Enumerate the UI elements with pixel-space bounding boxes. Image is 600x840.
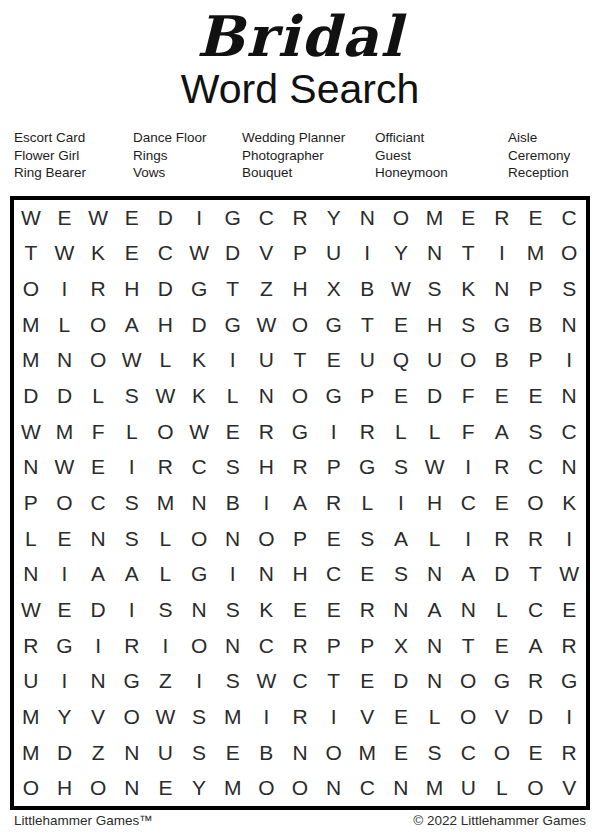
grid-cell: R [283, 699, 317, 735]
grid-cell: A [283, 485, 317, 521]
grid-cell: L [350, 485, 384, 521]
grid-cell: N [418, 663, 452, 699]
grid-cell: D [519, 699, 553, 735]
grid-cell: E [317, 592, 351, 628]
grid-cell: I [350, 236, 384, 272]
grid-cell: W [384, 271, 418, 307]
grid-cell: C [81, 485, 115, 521]
grid-cell: O [81, 770, 115, 806]
grid-cell: E [384, 307, 418, 343]
grid-cell: N [14, 556, 48, 592]
grid-cell: G [115, 663, 149, 699]
grid-cell: G [216, 307, 250, 343]
grid-cell: K [552, 485, 586, 521]
grid-cell: C [350, 770, 384, 806]
grid-cell: D [384, 663, 418, 699]
grid-cell: O [250, 770, 284, 806]
grid-cell: T [317, 663, 351, 699]
grid-cell: N [81, 663, 115, 699]
grid-cell: H [418, 485, 452, 521]
grid-cell: W [14, 200, 48, 236]
grid-cell: N [216, 521, 250, 557]
grid-cell: A [418, 592, 452, 628]
grid-cell: P [519, 271, 553, 307]
grid-cell: O [14, 770, 48, 806]
grid-cell: T [216, 271, 250, 307]
grid-cell: E [384, 735, 418, 771]
grid-cell: S [182, 699, 216, 735]
grid-cell: P [350, 378, 384, 414]
word-list-item: Ceremony [508, 147, 588, 165]
grid-cell: O [182, 521, 216, 557]
grid-cell: V [552, 770, 586, 806]
grid-cell: E [519, 200, 553, 236]
word-list-column: AisleCeremonyReception [508, 129, 588, 182]
grid-cell: T [451, 236, 485, 272]
grid-cell: I [81, 628, 115, 664]
grid-cell: R [283, 200, 317, 236]
grid-cell: O [283, 378, 317, 414]
grid-cell: L [485, 770, 519, 806]
word-list-column: Dance FloorRingsVows [133, 129, 242, 182]
grid-cell: D [48, 735, 82, 771]
word-list-column: Wedding PlannerPhotographerBouquet [242, 129, 375, 182]
puzzle-page: Bridal Word Search Escort CardFlower Gir… [0, 0, 600, 840]
grid-cell: N [250, 556, 284, 592]
grid-cell: E [519, 735, 553, 771]
grid-cell: F [81, 414, 115, 450]
grid-cell: V [81, 699, 115, 735]
grid-cell: B [519, 307, 553, 343]
word-list-item: Guest [375, 147, 508, 165]
grid-cell: I [182, 200, 216, 236]
grid-cell: M [350, 735, 384, 771]
grid-cell: I [115, 450, 149, 486]
grid-cell: D [149, 200, 183, 236]
grid-cell: B [485, 343, 519, 379]
grid-cell: D [216, 236, 250, 272]
grid-cell: L [216, 378, 250, 414]
grid-cell: O [149, 414, 183, 450]
grid-cell: C [552, 200, 586, 236]
grid-cell: D [81, 592, 115, 628]
grid-cell: S [418, 735, 452, 771]
grid-cell: P [350, 628, 384, 664]
letter-grid: WEWEDIGCRYNOMERECTWKECWDVPUIYNTIMOOIRHDG… [14, 200, 586, 806]
grid-cell: T [283, 343, 317, 379]
grid-cell: G [216, 200, 250, 236]
grid-cell: N [14, 450, 48, 486]
grid-cell: L [384, 414, 418, 450]
grid-cell: H [250, 450, 284, 486]
grid-cell: N [283, 735, 317, 771]
grid-cell: C [451, 485, 485, 521]
grid-cell: L [149, 556, 183, 592]
grid-cell: C [250, 628, 284, 664]
grid-cell: N [485, 271, 519, 307]
grid-cell: R [115, 628, 149, 664]
grid-cell: N [216, 628, 250, 664]
grid-cell: E [519, 378, 553, 414]
grid-cell: Z [81, 735, 115, 771]
grid-cell: M [418, 200, 452, 236]
grid-cell: K [182, 343, 216, 379]
grid-cell: U [317, 236, 351, 272]
grid-cell: E [451, 200, 485, 236]
grid-cell: K [182, 378, 216, 414]
grid-cell: D [149, 271, 183, 307]
page-title: Word Search [0, 66, 600, 112]
grid-cell: W [418, 450, 452, 486]
grid-cell: I [250, 699, 284, 735]
grid-cell: D [14, 378, 48, 414]
grid-cell: D [182, 307, 216, 343]
grid-cell: W [48, 236, 82, 272]
word-list-item: Photographer [242, 147, 375, 165]
grid-cell: R [317, 485, 351, 521]
grid-cell: U [350, 343, 384, 379]
grid-cell: H [283, 556, 317, 592]
grid-cell: N [250, 378, 284, 414]
grid-cell: R [250, 414, 284, 450]
grid-cell: W [182, 414, 216, 450]
grid-cell: P [317, 628, 351, 664]
grid-cell: E [317, 343, 351, 379]
grid-cell: A [115, 307, 149, 343]
grid-cell: M [48, 414, 82, 450]
grid-cell: N [350, 200, 384, 236]
grid-cell: S [115, 378, 149, 414]
grid-cell: S [418, 271, 452, 307]
grid-cell: D [48, 378, 82, 414]
grid-cell: A [81, 556, 115, 592]
grid-cell: O [283, 307, 317, 343]
footer-brand: Littlehammer Games™ [14, 813, 153, 828]
grid-cell: G [283, 414, 317, 450]
grid-cell: G [350, 450, 384, 486]
grid-cell: W [149, 699, 183, 735]
grid-cell: O [485, 735, 519, 771]
grid-cell: O [317, 735, 351, 771]
grid-cell: I [48, 556, 82, 592]
grid-cell: N [81, 521, 115, 557]
grid-cell: E [216, 414, 250, 450]
grid-cell: O [250, 521, 284, 557]
grid-cell: P [317, 450, 351, 486]
grid-cell: M [14, 343, 48, 379]
grid-cell: E [384, 699, 418, 735]
grid-cell: U [14, 663, 48, 699]
grid-cell: O [552, 236, 586, 272]
grid-cell: I [48, 271, 82, 307]
grid-cell: N [115, 770, 149, 806]
grid-cell: O [115, 699, 149, 735]
grid-cell: H [149, 307, 183, 343]
grid-cell: O [81, 307, 115, 343]
grid-cell: Z [250, 271, 284, 307]
grid-cell: R [552, 735, 586, 771]
grid-cell: Y [48, 699, 82, 735]
page-footer: Littlehammer Games™ © 2022 Littlehammer … [14, 813, 586, 828]
grid-cell: K [81, 236, 115, 272]
grid-cell: L [48, 307, 82, 343]
grid-cell: A [451, 556, 485, 592]
grid-cell: O [451, 699, 485, 735]
grid-cell: O [384, 200, 418, 236]
grid-cell: N [182, 485, 216, 521]
grid-cell: C [283, 663, 317, 699]
grid-cell: Y [384, 236, 418, 272]
grid-cell: E [317, 521, 351, 557]
grid-cell: N [182, 592, 216, 628]
grid-cell: E [552, 592, 586, 628]
grid-cell: I [485, 236, 519, 272]
grid-cell: N [552, 378, 586, 414]
grid-cell: S [115, 521, 149, 557]
grid-cell: G [317, 378, 351, 414]
grid-cell: T [350, 307, 384, 343]
grid-cell: R [485, 200, 519, 236]
grid-cell: N [418, 628, 452, 664]
grid-cell: W [182, 236, 216, 272]
grid-cell: I [149, 628, 183, 664]
grid-cell: I [552, 699, 586, 735]
grid-cell: V [485, 699, 519, 735]
grid-cell: O [519, 485, 553, 521]
grid-cell: I [451, 450, 485, 486]
grid-cell: X [384, 628, 418, 664]
grid-cell: E [48, 592, 82, 628]
grid-cell: O [14, 271, 48, 307]
grid-cell: I [384, 485, 418, 521]
grid-cell: H [115, 271, 149, 307]
grid-cell: R [283, 628, 317, 664]
grid-cell: M [519, 236, 553, 272]
grid-cell: F [451, 378, 485, 414]
word-list-item: Bouquet [242, 164, 375, 182]
grid-cell: U [250, 343, 284, 379]
grid-cell: X [317, 271, 351, 307]
grid-cell: S [451, 307, 485, 343]
grid-cell: I [317, 414, 351, 450]
grid-cell: S [182, 735, 216, 771]
grid-cell: K [250, 592, 284, 628]
grid-cell: L [149, 521, 183, 557]
grid-cell: W [250, 663, 284, 699]
grid-cell: Y [317, 200, 351, 236]
grid-cell: I [216, 556, 250, 592]
word-list-item: Wedding Planner [242, 129, 375, 147]
grid-cell: O [81, 343, 115, 379]
grid-cell: O [519, 770, 553, 806]
grid-cell: Y [182, 770, 216, 806]
footer-copyright: © 2022 Littlehammer Games [413, 813, 586, 828]
word-list-item: Flower Girl [14, 147, 133, 165]
word-list-item: Aisle [508, 129, 588, 147]
grid-cell: D [485, 556, 519, 592]
grid-cell: D [418, 378, 452, 414]
grid-cell: H [418, 307, 452, 343]
grid-cell: S [216, 592, 250, 628]
grid-cell: P [283, 236, 317, 272]
grid-cell: B [250, 735, 284, 771]
grid-cell: M [216, 770, 250, 806]
grid-cell: A [115, 556, 149, 592]
grid-cell: V [250, 236, 284, 272]
grid-cell: M [149, 485, 183, 521]
grid-cell: G [485, 663, 519, 699]
grid-cell: R [81, 271, 115, 307]
grid-cell: E [350, 663, 384, 699]
word-list-item: Honeymoon [375, 164, 508, 182]
grid-cell: L [115, 414, 149, 450]
grid-cell: Q [384, 343, 418, 379]
word-list-item: Vows [133, 164, 242, 182]
title-script: Bridal [0, 2, 600, 70]
grid-cell: I [115, 592, 149, 628]
grid-cell: G [552, 663, 586, 699]
grid-cell: I [552, 521, 586, 557]
grid-cell: L [418, 414, 452, 450]
word-list-item: Escort Card [14, 129, 133, 147]
grid-cell: V [350, 699, 384, 735]
grid-cell: A [485, 414, 519, 450]
grid-cell: M [418, 770, 452, 806]
grid-cell: N [418, 236, 452, 272]
grid-cell: W [149, 378, 183, 414]
grid-cell: E [384, 378, 418, 414]
grid-cell: H [48, 770, 82, 806]
grid-cell: C [149, 236, 183, 272]
grid-cell: S [552, 271, 586, 307]
grid-cell: O [48, 485, 82, 521]
grid-cell: N [552, 307, 586, 343]
grid-cell: I [48, 663, 82, 699]
grid-cell: R [485, 450, 519, 486]
grid-cell: S [216, 663, 250, 699]
grid-cell: L [149, 343, 183, 379]
grid-cell: N [317, 770, 351, 806]
grid-cell: W [115, 343, 149, 379]
grid-cell: C [182, 450, 216, 486]
grid-cell: W [14, 592, 48, 628]
grid-cell: C [519, 450, 553, 486]
grid-cell: N [48, 343, 82, 379]
grid-cell: E [115, 236, 149, 272]
grid-cell: A [519, 628, 553, 664]
grid-cell: N [384, 592, 418, 628]
grid-cell: R [14, 628, 48, 664]
word-list-item: Ring Bearer [14, 164, 133, 182]
grid-cell: E [115, 200, 149, 236]
grid-cell: O [182, 628, 216, 664]
grid-cell: R [485, 521, 519, 557]
grid-cell: M [14, 307, 48, 343]
grid-cell: F [451, 414, 485, 450]
grid-cell: R [350, 592, 384, 628]
grid-cell: E [485, 628, 519, 664]
grid-cell: T [451, 628, 485, 664]
grid-cell: E [48, 200, 82, 236]
grid-cell: W [48, 450, 82, 486]
grid-cell: M [216, 699, 250, 735]
grid-cell: E [48, 521, 82, 557]
grid-cell: I [216, 343, 250, 379]
grid-cell: Z [149, 663, 183, 699]
grid-cell: L [14, 521, 48, 557]
grid-cell: E [350, 556, 384, 592]
grid-cell: R [552, 628, 586, 664]
grid-cell: P [14, 485, 48, 521]
grid-cell: S [115, 485, 149, 521]
grid-cell: U [149, 735, 183, 771]
grid-cell: W [552, 556, 586, 592]
grid-cell: S [149, 592, 183, 628]
grid-cell: L [418, 521, 452, 557]
grid-cell: C [552, 414, 586, 450]
grid-cell: E [81, 450, 115, 486]
grid-cell: B [350, 271, 384, 307]
grid-cell: O [451, 343, 485, 379]
grid-cell: T [519, 556, 553, 592]
grid-cell: E [485, 378, 519, 414]
grid-cell: N [115, 735, 149, 771]
grid-cell: E [485, 485, 519, 521]
grid-cell: L [418, 699, 452, 735]
grid-cell: R [519, 663, 553, 699]
grid-cell: U [418, 343, 452, 379]
grid-cell: M [14, 699, 48, 735]
grid-cell: W [81, 200, 115, 236]
grid-cell: T [14, 236, 48, 272]
word-list-column: Escort CardFlower GirlRing Bearer [14, 129, 133, 182]
grid-cell: R [149, 450, 183, 486]
grid-cell: N [384, 770, 418, 806]
grid-cell: S [350, 521, 384, 557]
grid-cell: P [283, 521, 317, 557]
word-list-item: Rings [133, 147, 242, 165]
grid-cell: L [81, 378, 115, 414]
grid-cell: I [182, 663, 216, 699]
grid-cell: R [350, 414, 384, 450]
grid-cell: N [451, 592, 485, 628]
grid-cell: B [216, 485, 250, 521]
grid-cell: G [485, 307, 519, 343]
grid-cell: S [216, 450, 250, 486]
grid-cell: H [283, 271, 317, 307]
grid-cell: C [250, 200, 284, 236]
grid-cell: O [451, 663, 485, 699]
grid-cell: G [182, 556, 216, 592]
word-list: Escort CardFlower GirlRing BearerDance F… [14, 129, 588, 182]
grid-cell: S [384, 556, 418, 592]
grid-cell: O [283, 770, 317, 806]
grid-cell: I [552, 343, 586, 379]
word-list-column: OfficiantGuestHoneymoon [375, 129, 508, 182]
grid-cell: S [519, 414, 553, 450]
grid-cell: G [48, 628, 82, 664]
grid-cell: E [283, 592, 317, 628]
grid-cell: I [317, 699, 351, 735]
grid-cell: G [182, 271, 216, 307]
word-list-item: Reception [508, 164, 588, 182]
grid-cell: K [451, 271, 485, 307]
word-list-item: Officiant [375, 129, 508, 147]
grid-cell: W [250, 307, 284, 343]
grid-cell: C [317, 556, 351, 592]
grid-cell: E [216, 735, 250, 771]
grid-cell: G [317, 307, 351, 343]
